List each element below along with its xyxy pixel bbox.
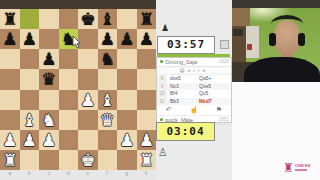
- popout-icon[interactable]: [220, 40, 229, 49]
- chess-site-logo: ♜ CHESS: [283, 161, 319, 177]
- square-f4[interactable]: ♝: [98, 90, 118, 110]
- square-f6[interactable]: ♞: [98, 49, 118, 69]
- square-b3[interactable]: ♝: [20, 110, 40, 130]
- square-c5[interactable]: ♛: [39, 69, 59, 89]
- square-a4[interactable]: [0, 90, 20, 110]
- square-g3[interactable]: [117, 110, 137, 130]
- top-player-name[interactable]: Gmong_Saja: [165, 59, 197, 65]
- square-h1[interactable]: ♜: [137, 150, 157, 170]
- online-dot: [160, 60, 163, 63]
- white-p-piece: ♟: [137, 130, 157, 150]
- top-player-rating: 2026: [219, 58, 229, 66]
- square-h5[interactable]: [137, 69, 157, 89]
- white-b-piece: ♝: [98, 90, 118, 110]
- square-c1[interactable]: [39, 150, 59, 170]
- square-b5[interactable]: [20, 69, 40, 89]
- square-f3[interactable]: ♛: [98, 110, 118, 130]
- square-f1[interactable]: [98, 150, 118, 170]
- headphone-earcup-right: [298, 33, 305, 46]
- move-number: 11: [157, 98, 167, 106]
- webcam-kettle: [247, 44, 252, 50]
- takeback-button[interactable]: ↶: [166, 105, 172, 115]
- black-r-piece: ♜: [0, 9, 20, 29]
- square-b4[interactable]: [20, 90, 40, 110]
- file-coordinates: abcdefgh: [0, 170, 156, 180]
- square-c8[interactable]: [39, 9, 59, 29]
- black-p-piece: ♟: [137, 29, 157, 49]
- webcam-top-edge: [232, 0, 320, 8]
- coord-h: h: [137, 170, 157, 180]
- square-e4[interactable]: ♟: [78, 90, 98, 110]
- square-d4[interactable]: [59, 90, 79, 110]
- square-e1[interactable]: ♚: [78, 150, 98, 170]
- square-d3[interactable]: [59, 110, 79, 130]
- black-r-piece: ♜: [137, 9, 157, 29]
- webcam-view: [232, 0, 320, 82]
- square-f5[interactable]: [98, 69, 118, 89]
- square-e2[interactable]: [78, 130, 98, 150]
- white-p-piece: ♟: [0, 130, 20, 150]
- white-b-piece: ♝: [20, 110, 40, 130]
- black-p-piece: ♟: [0, 29, 20, 49]
- white-move[interactable]: Nc3: [167, 83, 196, 91]
- move-row-8: 8dxe5Qa5+: [157, 75, 231, 83]
- square-b1[interactable]: [20, 150, 40, 170]
- square-a5[interactable]: [0, 69, 20, 89]
- square-c2[interactable]: ♟: [39, 130, 59, 150]
- white-clock-active: 03:04: [156, 122, 215, 141]
- square-g4[interactable]: [117, 90, 137, 110]
- move-row-10: 10Bf4Qc5: [157, 90, 231, 98]
- online-dot: [160, 118, 163, 121]
- resign-button[interactable]: ⚑: [216, 105, 222, 115]
- square-h3[interactable]: [137, 110, 157, 130]
- square-d2[interactable]: [59, 130, 79, 150]
- square-f8[interactable]: ♝: [98, 9, 118, 29]
- move-list[interactable]: 8dxe5Qa5+9Nc3Qxe510Bf4Qc511Bb3Nbd7: [157, 75, 231, 105]
- black-k-piece: ♚: [78, 9, 98, 29]
- square-b8[interactable]: [20, 9, 40, 29]
- square-g2[interactable]: ♟: [117, 130, 137, 150]
- draw-offer-button[interactable]: ☝: [189, 105, 198, 115]
- black-q-piece: ♛: [39, 69, 59, 89]
- coord-b: b: [20, 170, 40, 180]
- square-f7[interactable]: ♟: [98, 29, 118, 49]
- white-move[interactable]: Bf4: [167, 90, 196, 98]
- square-h6[interactable]: [137, 49, 157, 69]
- white-k-piece: ♚: [78, 150, 98, 170]
- square-e5[interactable]: [78, 69, 98, 89]
- square-d5[interactable]: [59, 69, 79, 89]
- coord-a: a: [0, 170, 20, 180]
- square-g7[interactable]: ♟: [117, 29, 137, 49]
- black-pawn-icon: ♟: [161, 24, 169, 33]
- square-g6[interactable]: [117, 49, 137, 69]
- square-a8[interactable]: ♜: [0, 9, 20, 29]
- coord-e: e: [78, 170, 98, 180]
- square-h4[interactable]: [137, 90, 157, 110]
- logo-underline: [295, 169, 307, 171]
- square-a1[interactable]: ♜: [0, 150, 20, 170]
- headphone-earcup-left: [269, 33, 276, 46]
- webcam-fridge: [246, 26, 259, 58]
- move-list-box: Gmong_Saja 2026 ▤«‹›» 8dxe5Qa5+9Nc3Qxe51…: [156, 57, 232, 123]
- black-move[interactable]: Qxe5: [196, 83, 229, 91]
- logo-text: CHESS: [295, 163, 311, 168]
- black-move[interactable]: Qa5+: [196, 75, 229, 83]
- move-list-toolbar[interactable]: ▤«‹›»: [157, 67, 231, 75]
- black-p-piece: ♟: [20, 29, 40, 49]
- square-b2[interactable]: ♟: [20, 130, 40, 150]
- square-a7[interactable]: ♟: [0, 29, 20, 49]
- white-n-piece: ♞: [39, 110, 59, 130]
- square-e3[interactable]: [78, 110, 98, 130]
- white-move[interactable]: dxe5: [167, 75, 196, 83]
- black-b-piece: ♝: [98, 9, 118, 29]
- coord-g: g: [117, 170, 137, 180]
- square-f2[interactable]: [98, 130, 118, 150]
- square-h8[interactable]: ♜: [137, 9, 157, 29]
- square-e8[interactable]: ♚: [78, 9, 98, 29]
- black-n-piece: ♞: [98, 49, 118, 69]
- move-row-9: 9Nc3Qxe5: [157, 83, 231, 91]
- square-a6[interactable]: [0, 49, 20, 69]
- last-move-icon[interactable]: »: [203, 67, 209, 73]
- top-player-row[interactable]: Gmong_Saja 2026: [157, 58, 231, 67]
- white-r-piece: ♜: [137, 150, 157, 170]
- white-r-piece: ♜: [0, 150, 20, 170]
- black-p-piece: ♟: [117, 29, 137, 49]
- square-g5[interactable]: [117, 69, 137, 89]
- rook-logo-icon: ♜: [283, 161, 294, 175]
- headphones-icon: [271, 15, 303, 33]
- square-c4[interactable]: [39, 90, 59, 110]
- white-move[interactable]: Bb3: [167, 98, 196, 106]
- square-h7[interactable]: ♟: [137, 29, 157, 49]
- black-move[interactable]: Qc5: [196, 90, 229, 98]
- square-b7[interactable]: ♟: [20, 29, 40, 49]
- webcam-microwave: [233, 29, 243, 36]
- white-p-piece: ♟: [117, 130, 137, 150]
- black-move[interactable]: Nbd7: [196, 98, 229, 106]
- board-top-border: [0, 0, 156, 9]
- coord-d: d: [59, 170, 79, 180]
- square-b6[interactable]: [20, 49, 40, 69]
- square-a3[interactable]: [0, 110, 20, 130]
- square-d1[interactable]: [59, 150, 79, 170]
- move-number: 8: [157, 75, 167, 83]
- square-d6[interactable]: [59, 49, 79, 69]
- coord-c: c: [39, 170, 59, 180]
- move-number: 10: [157, 90, 167, 98]
- black-p-piece: ♟: [39, 49, 59, 69]
- white-p-piece: ♟: [20, 130, 40, 150]
- webcam-cabinet: [232, 8, 250, 28]
- black-p-piece: ♟: [98, 29, 118, 49]
- white-pawn-icon: ♙: [158, 147, 168, 158]
- white-p-piece: ♟: [78, 90, 98, 110]
- square-d8[interactable]: [59, 9, 79, 29]
- bottom-player-rating: 2051: [219, 116, 229, 124]
- square-c6[interactable]: ♟: [39, 49, 59, 69]
- move-row-11: 11Bb3Nbd7: [157, 98, 231, 106]
- square-c3[interactable]: ♞: [39, 110, 59, 130]
- webcam-person-body: [244, 57, 320, 82]
- white-q-piece: ♛: [98, 110, 118, 130]
- move-number: 9: [157, 83, 167, 91]
- coord-f: f: [98, 170, 118, 180]
- square-g8[interactable]: [117, 9, 137, 29]
- black-clock: 03:57: [157, 36, 215, 54]
- game-buttons-row[interactable]: ↶☝⚑: [157, 105, 231, 116]
- square-c7[interactable]: [39, 29, 59, 49]
- mouse-cursor: [72, 34, 81, 46]
- square-h2[interactable]: ♟: [137, 130, 157, 150]
- white-p-piece: ♟: [39, 130, 59, 150]
- square-e6[interactable]: [78, 49, 98, 69]
- square-g1[interactable]: [117, 150, 137, 170]
- square-a2[interactable]: ♟: [0, 130, 20, 150]
